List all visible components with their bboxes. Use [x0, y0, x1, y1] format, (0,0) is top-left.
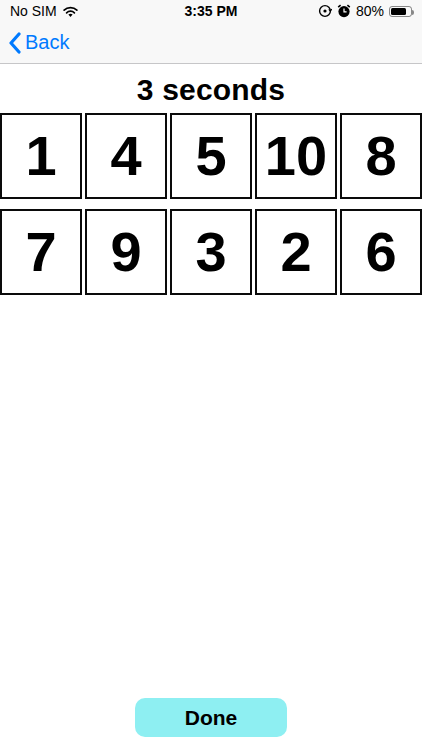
- chevron-left-icon: [8, 32, 21, 54]
- back-label: Back: [25, 31, 69, 54]
- status-right: 80%: [318, 3, 412, 19]
- status-left: No SIM: [10, 3, 79, 19]
- app-screen: No SIM 3:35 PM: [0, 0, 422, 750]
- back-button[interactable]: Back: [8, 31, 69, 54]
- orientation-lock-icon: [318, 4, 332, 18]
- carrier-label: No SIM: [10, 3, 57, 19]
- number-cell[interactable]: 5: [170, 113, 252, 199]
- page-title: 3 seconds: [0, 71, 422, 108]
- battery-icon: [389, 6, 412, 17]
- number-cell[interactable]: 1: [0, 113, 82, 199]
- number-cell[interactable]: 6: [340, 209, 422, 295]
- done-button[interactable]: Done: [135, 698, 287, 737]
- nav-bar: Back: [0, 22, 422, 63]
- number-board: 1 4 5 10 8 7 9 3 2 6: [0, 113, 422, 295]
- number-cell[interactable]: 10: [255, 113, 337, 199]
- number-cell[interactable]: 9: [85, 209, 167, 295]
- wifi-icon: [62, 5, 79, 18]
- number-cell[interactable]: 4: [85, 113, 167, 199]
- number-cell[interactable]: 7: [0, 209, 82, 295]
- battery-percent-label: 80%: [356, 3, 384, 19]
- header: No SIM 3:35 PM: [0, 0, 422, 64]
- number-cell[interactable]: 2: [255, 209, 337, 295]
- alarm-icon: [337, 4, 351, 18]
- board-row: 7 9 3 2 6: [0, 209, 422, 295]
- number-cell[interactable]: 3: [170, 209, 252, 295]
- number-cell[interactable]: 8: [340, 113, 422, 199]
- status-bar: No SIM 3:35 PM: [0, 0, 422, 22]
- board-row: 1 4 5 10 8: [0, 113, 422, 199]
